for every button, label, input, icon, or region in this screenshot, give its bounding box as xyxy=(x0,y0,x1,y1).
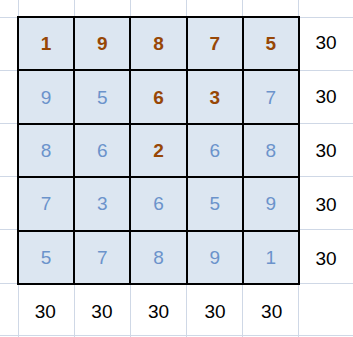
cell-r5c5[interactable]: 1 xyxy=(244,232,298,283)
row-sum-3: 30 xyxy=(299,124,353,178)
row-sum-2: 30 xyxy=(299,70,353,124)
cell-r4c4[interactable]: 5 xyxy=(188,178,242,229)
cell-r3c1[interactable]: 8 xyxy=(19,125,73,176)
cell-r5c4[interactable]: 9 xyxy=(188,232,242,283)
cell-r2c1[interactable]: 9 xyxy=(19,71,73,122)
cell-r4c1[interactable]: 7 xyxy=(19,178,73,229)
cell-r4c2[interactable]: 3 xyxy=(75,178,129,229)
cell-r5c1[interactable]: 5 xyxy=(19,232,73,283)
cell-r2c2[interactable]: 5 xyxy=(75,71,129,122)
cell-r1c1[interactable]: 1 xyxy=(19,18,73,69)
col-sum-3: 30 xyxy=(130,285,187,337)
cell-r3c4[interactable]: 6 xyxy=(188,125,242,176)
cell-r3c5[interactable]: 8 xyxy=(244,125,298,176)
row-sum-1: 30 xyxy=(299,16,353,70)
cell-r5c2[interactable]: 7 xyxy=(75,232,129,283)
spreadsheet-canvas: 1987595637862687365957891 3030303030 303… xyxy=(0,0,353,337)
puzzle-board: 1987595637862687365957891 xyxy=(17,16,300,285)
row-sum-5: 30 xyxy=(299,231,353,285)
cell-r2c3[interactable]: 6 xyxy=(131,71,185,122)
cell-r1c5[interactable]: 5 xyxy=(244,18,298,69)
cell-r3c3[interactable]: 2 xyxy=(131,125,185,176)
col-sums: 3030303030 xyxy=(17,285,300,337)
col-sum-5: 30 xyxy=(243,285,300,337)
cell-r4c5[interactable]: 9 xyxy=(244,178,298,229)
cell-r2c5[interactable]: 7 xyxy=(244,71,298,122)
cell-r5c3[interactable]: 8 xyxy=(131,232,185,283)
row-sum-4: 30 xyxy=(299,177,353,231)
cell-r3c2[interactable]: 6 xyxy=(75,125,129,176)
col-sum-1: 30 xyxy=(17,285,74,337)
cell-r4c3[interactable]: 6 xyxy=(131,178,185,229)
cell-r1c2[interactable]: 9 xyxy=(75,18,129,69)
cell-r1c3[interactable]: 8 xyxy=(131,18,185,69)
col-sum-4: 30 xyxy=(187,285,244,337)
cell-r2c4[interactable]: 3 xyxy=(188,71,242,122)
row-sums: 3030303030 xyxy=(299,16,353,285)
col-sum-2: 30 xyxy=(74,285,131,337)
cell-r1c4[interactable]: 7 xyxy=(188,18,242,69)
